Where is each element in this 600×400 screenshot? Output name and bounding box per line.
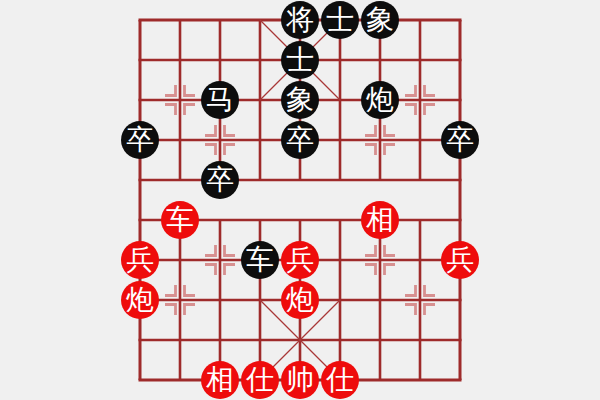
piece-red-advisor[interactable]: 仕 xyxy=(241,361,279,399)
piece-black-elephant[interactable]: 象 xyxy=(361,1,399,39)
piece-red-general[interactable]: 帅 xyxy=(281,361,319,399)
piece-red-pawn[interactable]: 兵 xyxy=(441,241,479,279)
piece-red-cannon[interactable]: 炮 xyxy=(121,281,159,319)
piece-black-pawn[interactable]: 卒 xyxy=(121,121,159,159)
piece-black-horse[interactable]: 马 xyxy=(201,81,239,119)
piece-black-elephant[interactable]: 象 xyxy=(281,81,319,119)
xiangqi-screenshot: 将士象士马象炮卒卒卒卒车相兵车兵兵炮炮相仕帅仕 xyxy=(0,0,600,400)
piece-red-chariot[interactable]: 车 xyxy=(161,201,199,239)
piece-black-chariot[interactable]: 车 xyxy=(241,241,279,279)
xiangqi-board[interactable]: 将士象士马象炮卒卒卒卒车相兵车兵兵炮炮相仕帅仕 xyxy=(0,0,600,400)
piece-red-pawn[interactable]: 兵 xyxy=(121,241,159,279)
piece-red-pawn[interactable]: 兵 xyxy=(281,241,319,279)
piece-red-advisor[interactable]: 仕 xyxy=(321,361,359,399)
piece-black-advisor[interactable]: 士 xyxy=(281,41,319,79)
piece-black-pawn[interactable]: 卒 xyxy=(441,121,479,159)
piece-black-cannon[interactable]: 炮 xyxy=(361,81,399,119)
piece-red-elephant[interactable]: 相 xyxy=(201,361,239,399)
piece-red-cannon[interactable]: 炮 xyxy=(281,281,319,319)
piece-red-elephant[interactable]: 相 xyxy=(361,201,399,239)
piece-black-advisor[interactable]: 士 xyxy=(321,1,359,39)
piece-black-pawn[interactable]: 卒 xyxy=(201,161,239,199)
pieces-layer: 将士象士马象炮卒卒卒卒车相兵车兵兵炮炮相仕帅仕 xyxy=(120,0,480,400)
piece-black-general[interactable]: 将 xyxy=(281,1,319,39)
piece-black-pawn[interactable]: 卒 xyxy=(281,121,319,159)
